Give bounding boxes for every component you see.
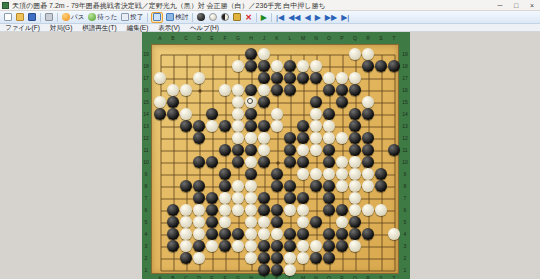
- black-stone-H9[interactable]: [245, 168, 257, 180]
- white-stone-R6[interactable]: [362, 204, 374, 216]
- white-stone-J19[interactable]: [258, 48, 270, 60]
- white-stone-N3[interactable]: [310, 240, 322, 252]
- nav-fastfwd-button[interactable]: ▶▶: [324, 12, 338, 23]
- column-label-top: M: [299, 35, 307, 41]
- black-stone-Q5[interactable]: [349, 216, 361, 228]
- black-stone-J13[interactable]: [258, 120, 270, 132]
- white-stone-N14[interactable]: [310, 108, 322, 120]
- black-stone-Q11[interactable]: [349, 144, 361, 156]
- black-stone-Q13[interactable]: [349, 120, 361, 132]
- white-stone-H5[interactable]: [245, 216, 257, 228]
- app-icon: [2, 2, 9, 9]
- black-stone-B14[interactable]: [167, 108, 179, 120]
- black-stone-E5[interactable]: [206, 216, 218, 228]
- white-stone-N13[interactable]: [310, 120, 322, 132]
- open-file-icon: [16, 13, 24, 21]
- black-stone-F9[interactable]: [219, 168, 231, 180]
- white-stone-L6[interactable]: [284, 204, 296, 216]
- close-button[interactable]: ×: [524, 0, 540, 11]
- white-stone-G6[interactable]: [232, 204, 244, 216]
- white-stone-J11[interactable]: [258, 144, 270, 156]
- row-label-right: 8: [401, 183, 409, 189]
- black-stone-F13[interactable]: [219, 120, 231, 132]
- black-stone-C2[interactable]: [180, 252, 192, 264]
- white-stone-M18[interactable]: [297, 60, 309, 72]
- black-stone-K8[interactable]: [271, 180, 283, 192]
- black-stone-Q12[interactable]: [349, 132, 361, 144]
- column-label-top: K: [273, 35, 281, 41]
- white-stone-G8[interactable]: [232, 180, 244, 192]
- analysis-icon: [166, 13, 174, 21]
- white-stone-G13[interactable]: [232, 120, 244, 132]
- white-stone-Q17[interactable]: [349, 72, 361, 84]
- white-stone-R8[interactable]: [362, 180, 374, 192]
- white-stone-C14[interactable]: [180, 108, 192, 120]
- black-stone-P15[interactable]: [336, 96, 348, 108]
- white-stone-M2[interactable]: [297, 252, 309, 264]
- black-stone-J18[interactable]: [258, 60, 270, 72]
- black-stone-M12[interactable]: [297, 132, 309, 144]
- white-stone-G14[interactable]: [232, 108, 244, 120]
- white-stone-N11[interactable]: [310, 144, 322, 156]
- black-stone-H13[interactable]: [245, 120, 257, 132]
- black-stone-L10[interactable]: [284, 156, 296, 168]
- black-stone-G11[interactable]: [232, 144, 244, 156]
- row-label-right: 3: [401, 243, 409, 249]
- white-stone-A17[interactable]: [154, 72, 166, 84]
- black-stone-L16[interactable]: [284, 84, 296, 96]
- row-label-right: 1: [401, 267, 409, 273]
- open-file-button[interactable]: [15, 12, 25, 23]
- white-stone-K4[interactable]: [271, 228, 283, 240]
- black-stone-M17[interactable]: [297, 72, 309, 84]
- white-stone-Q10[interactable]: [349, 156, 361, 168]
- black-stone-O6[interactable]: [323, 204, 335, 216]
- black-stone-E10[interactable]: [206, 156, 218, 168]
- black-stone-J1[interactable]: [258, 264, 270, 276]
- white-stone-L2[interactable]: [284, 252, 296, 264]
- row-label-left: 14: [142, 111, 150, 117]
- black-stone-E4[interactable]: [206, 228, 218, 240]
- menu-item[interactable]: ファイル(F): [0, 24, 45, 32]
- white-stone-E13[interactable]: [206, 120, 218, 132]
- white-stone-Q9[interactable]: [349, 168, 361, 180]
- white-stone-M9[interactable]: [297, 168, 309, 180]
- white-stone-Q3[interactable]: [349, 240, 361, 252]
- pass-button-label: パス: [71, 13, 84, 22]
- black-stone-J15[interactable]: [258, 96, 270, 108]
- analysis-button-label: 検討: [175, 13, 188, 22]
- white-stone-E3[interactable]: [206, 240, 218, 252]
- black-stone-D8[interactable]: [193, 180, 205, 192]
- white-stone-P17[interactable]: [336, 72, 348, 84]
- row-label-left: 6: [142, 207, 150, 213]
- black-stone-R10[interactable]: [362, 156, 374, 168]
- column-label-bottom: A: [156, 275, 164, 279]
- white-stone-C4[interactable]: [180, 228, 192, 240]
- menu-item[interactable]: ヘルプ(H): [185, 24, 224, 32]
- white-stone-O12[interactable]: [323, 132, 335, 144]
- white-stone-H6[interactable]: [245, 204, 257, 216]
- row-label-left: 9: [142, 171, 150, 177]
- white-stone-F16[interactable]: [219, 84, 231, 96]
- white-stone-P10[interactable]: [336, 156, 348, 168]
- white-stone-Q8[interactable]: [349, 180, 361, 192]
- black-stone-P6[interactable]: [336, 204, 348, 216]
- black-stone-F11[interactable]: [219, 144, 231, 156]
- white-stone-H8[interactable]: [245, 180, 257, 192]
- column-label-top: Q: [351, 35, 359, 41]
- column-label-top: P: [338, 35, 346, 41]
- row-label-right: 15: [401, 99, 409, 105]
- black-stone-O14[interactable]: [323, 108, 335, 120]
- column-label-top: F: [221, 35, 229, 41]
- black-stone-G10[interactable]: [232, 156, 244, 168]
- row-label-left: 17: [142, 75, 150, 81]
- go-board-panel: AABBCCDDEEFFGGHHJJKKLLMMNNOOPPQQRRSSTT19…: [142, 32, 410, 279]
- white-stone-J5[interactable]: [258, 216, 270, 228]
- white-stone-G15[interactable]: [232, 96, 244, 108]
- column-label-top: A: [156, 35, 164, 41]
- toolbar-separator: [256, 13, 257, 22]
- maximize-button[interactable]: □: [508, 0, 524, 11]
- white-stone-M3[interactable]: [297, 240, 309, 252]
- black-stone-Q14[interactable]: [349, 108, 361, 120]
- white-stone-H10[interactable]: [245, 156, 257, 168]
- white-stone-M6[interactable]: [297, 204, 309, 216]
- black-stone-K5[interactable]: [271, 216, 283, 228]
- column-label-top: E: [208, 35, 216, 41]
- resign-button[interactable]: 投了: [120, 12, 144, 23]
- black-stone-L7[interactable]: [284, 192, 296, 204]
- black-stone-R14[interactable]: [362, 108, 374, 120]
- black-stone-L3[interactable]: [284, 240, 296, 252]
- white-stone-P5[interactable]: [336, 216, 348, 228]
- black-stone-N15[interactable]: [310, 96, 322, 108]
- row-label-left: 3: [142, 243, 150, 249]
- white-stone-Q6[interactable]: [349, 204, 361, 216]
- black-stone-P4[interactable]: [336, 228, 348, 240]
- black-stone-O8[interactable]: [323, 180, 335, 192]
- white-stone-R9[interactable]: [362, 168, 374, 180]
- undo-button[interactable]: 待った: [87, 12, 118, 23]
- white-stone-Q7[interactable]: [349, 192, 361, 204]
- white-stone-K14[interactable]: [271, 108, 283, 120]
- white-stone-L1[interactable]: [284, 264, 296, 276]
- white-stone-J4[interactable]: [258, 228, 270, 240]
- white-stone-F6[interactable]: [219, 204, 231, 216]
- column-label-bottom: G: [234, 275, 242, 279]
- black-stone-B15[interactable]: [167, 96, 179, 108]
- last-move-marker: [247, 98, 253, 104]
- nav-fastback-button[interactable]: ◀◀: [287, 12, 301, 23]
- black-stone-B5[interactable]: [167, 216, 179, 228]
- row-label-right: 11: [401, 147, 409, 153]
- black-stone-K3[interactable]: [271, 240, 283, 252]
- white-stone-T4[interactable]: [388, 228, 400, 240]
- print-button[interactable]: [44, 12, 54, 23]
- black-stone-O16[interactable]: [323, 84, 335, 96]
- black-stone-E6[interactable]: [206, 204, 218, 216]
- black-stone-M7[interactable]: [297, 192, 309, 204]
- menu-item[interactable]: 対局(G): [45, 24, 77, 32]
- white-stone-D6[interactable]: [193, 204, 205, 216]
- nav-last-button[interactable]: ▶|: [340, 12, 350, 23]
- white-stone-C16[interactable]: [180, 84, 192, 96]
- white-stone-H4[interactable]: [245, 228, 257, 240]
- black-stone-N5[interactable]: [310, 216, 322, 228]
- nav-back-button[interactable]: ◀: [304, 12, 312, 23]
- white-stone-G12[interactable]: [232, 132, 244, 144]
- menu-item[interactable]: 表示(V): [153, 24, 185, 32]
- black-stone-L12[interactable]: [284, 132, 296, 144]
- black-stone-J7[interactable]: [258, 192, 270, 204]
- black-stone-B6[interactable]: [167, 204, 179, 216]
- black-stone-tool[interactable]: [196, 12, 206, 23]
- black-stone-Q4[interactable]: [349, 228, 361, 240]
- row-label-right: 5: [401, 219, 409, 225]
- white-stone-G16[interactable]: [232, 84, 244, 96]
- column-label-top: J: [260, 35, 268, 41]
- white-stone-G7[interactable]: [232, 192, 244, 204]
- black-stone-H18[interactable]: [245, 60, 257, 72]
- white-stone-K13[interactable]: [271, 120, 283, 132]
- white-stone-D17[interactable]: [193, 72, 205, 84]
- black-stone-A14[interactable]: [154, 108, 166, 120]
- row-label-left: 10: [142, 159, 150, 165]
- white-stone-icon: [209, 13, 217, 21]
- column-label-bottom: P: [338, 275, 346, 279]
- black-stone-D13[interactable]: [193, 120, 205, 132]
- black-stone-S18[interactable]: [375, 60, 387, 72]
- black-stone-E14[interactable]: [206, 108, 218, 120]
- black-stone-H16[interactable]: [245, 84, 257, 96]
- minimize-button[interactable]: ─: [492, 0, 508, 11]
- row-label-left: 2: [142, 255, 150, 261]
- black-stone-S8[interactable]: [375, 180, 387, 192]
- black-stone-O10[interactable]: [323, 156, 335, 168]
- white-stone-H7[interactable]: [245, 192, 257, 204]
- white-stone-G18[interactable]: [232, 60, 244, 72]
- black-stone-J6[interactable]: [258, 204, 270, 216]
- black-stone-L17[interactable]: [284, 72, 296, 84]
- nav-last-icon: ▶|: [341, 13, 349, 22]
- row-label-left: 13: [142, 123, 150, 129]
- black-stone-T18[interactable]: [388, 60, 400, 72]
- row-label-left: 1: [142, 267, 150, 273]
- white-stone-S6[interactable]: [375, 204, 387, 216]
- white-stone-P9[interactable]: [336, 168, 348, 180]
- black-stone-C8[interactable]: [180, 180, 192, 192]
- white-stone-M5[interactable]: [297, 216, 309, 228]
- black-stone-N2[interactable]: [310, 252, 322, 264]
- row-label-left: 15: [142, 99, 150, 105]
- delete-button[interactable]: ✕: [244, 12, 253, 23]
- black-stone-L11[interactable]: [284, 144, 296, 156]
- resign-button-label: 投了: [130, 13, 143, 22]
- white-stone-N9[interactable]: [310, 168, 322, 180]
- black-stone-D3[interactable]: [193, 240, 205, 252]
- white-stone-O13[interactable]: [323, 120, 335, 132]
- column-label-top: L: [286, 35, 294, 41]
- row-label-left: 4: [142, 231, 150, 237]
- black-stone-J3[interactable]: [258, 240, 270, 252]
- column-label-bottom: R: [364, 275, 372, 279]
- white-stone-C5[interactable]: [180, 216, 192, 228]
- black-stone-F8[interactable]: [219, 180, 231, 192]
- resign-icon: [121, 13, 129, 21]
- black-stone-K17[interactable]: [271, 72, 283, 84]
- black-stone-K6[interactable]: [271, 204, 283, 216]
- black-stone-O4[interactable]: [323, 228, 335, 240]
- black-stone-F4[interactable]: [219, 228, 231, 240]
- black-stone-M10[interactable]: [297, 156, 309, 168]
- white-stone-P8[interactable]: [336, 180, 348, 192]
- black-stone-C13[interactable]: [180, 120, 192, 132]
- row-label-right: 12: [401, 135, 409, 141]
- row-label-right: 7: [401, 195, 409, 201]
- white-stone-tool[interactable]: [208, 12, 218, 23]
- white-stone-R19[interactable]: [362, 48, 374, 60]
- row-label-left: 8: [142, 183, 150, 189]
- black-stone-P3[interactable]: [336, 240, 348, 252]
- play-button[interactable]: ▶: [260, 12, 268, 23]
- black-stone-B4[interactable]: [167, 228, 179, 240]
- row-label-left: 16: [142, 87, 150, 93]
- row-label-right: 2: [401, 255, 409, 261]
- column-label-bottom: B: [169, 275, 177, 279]
- column-label-top: B: [169, 35, 177, 41]
- black-stone-Q16[interactable]: [349, 84, 361, 96]
- black-stone-H11[interactable]: [245, 144, 257, 156]
- white-stone-F7[interactable]: [219, 192, 231, 204]
- black-stone-K16[interactable]: [271, 84, 283, 96]
- column-label-bottom: C: [182, 275, 190, 279]
- territory-toggle[interactable]: [151, 12, 163, 23]
- black-stone-F3[interactable]: [219, 240, 231, 252]
- black-stone-R18[interactable]: [362, 60, 374, 72]
- black-stone-N17[interactable]: [310, 72, 322, 84]
- edit-pencil-tool[interactable]: [232, 12, 242, 23]
- black-stone-G4[interactable]: [232, 228, 244, 240]
- black-stone-J17[interactable]: [258, 72, 270, 84]
- black-stone-L8[interactable]: [284, 180, 296, 192]
- black-stone-H19[interactable]: [245, 48, 257, 60]
- white-stone-B16[interactable]: [167, 84, 179, 96]
- alt-stone-icon: [221, 13, 229, 21]
- black-stone-M13[interactable]: [297, 120, 309, 132]
- white-stone-C3[interactable]: [180, 240, 192, 252]
- white-stone-D4[interactable]: [193, 228, 205, 240]
- white-stone-K18[interactable]: [271, 60, 283, 72]
- white-stone-O9[interactable]: [323, 168, 335, 180]
- undo-button-label: 待った: [97, 13, 117, 22]
- black-stone-B3[interactable]: [167, 240, 179, 252]
- column-label-top: D: [195, 35, 203, 41]
- pass-button[interactable]: パス: [61, 12, 85, 23]
- alt-stone-tool[interactable]: [220, 12, 230, 23]
- black-stone-H14[interactable]: [245, 108, 257, 120]
- nav-forward-icon: ▶: [315, 13, 321, 22]
- black-stone-J10[interactable]: [258, 156, 270, 168]
- white-stone-N12[interactable]: [310, 132, 322, 144]
- white-stone-G3[interactable]: [232, 240, 244, 252]
- row-label-right: 14: [401, 111, 409, 117]
- black-stone-L4[interactable]: [284, 228, 296, 240]
- black-stone-P16[interactable]: [336, 84, 348, 96]
- white-stone-H12[interactable]: [245, 132, 257, 144]
- save-button[interactable]: [27, 12, 37, 23]
- black-stone-T11[interactable]: [388, 144, 400, 156]
- column-label-top: O: [325, 35, 333, 41]
- white-stone-A15[interactable]: [154, 96, 166, 108]
- black-stone-K9[interactable]: [271, 168, 283, 180]
- menu-item[interactable]: 編集(E): [122, 24, 154, 32]
- nav-fastback-icon: ◀◀: [288, 13, 300, 22]
- black-stone-N8[interactable]: [310, 180, 322, 192]
- black-stone-S9[interactable]: [375, 168, 387, 180]
- nav-forward-button[interactable]: ▶: [314, 12, 322, 23]
- column-label-top: H: [247, 35, 255, 41]
- white-stone-D5[interactable]: [193, 216, 205, 228]
- white-stone-J16[interactable]: [258, 84, 270, 96]
- black-stone-R11[interactable]: [362, 144, 374, 156]
- black-stone-E7[interactable]: [206, 192, 218, 204]
- white-stone-H2[interactable]: [245, 252, 257, 264]
- save-icon: [28, 13, 36, 21]
- column-label-bottom: E: [208, 275, 216, 279]
- white-stone-P12[interactable]: [336, 132, 348, 144]
- white-stone-R15[interactable]: [362, 96, 374, 108]
- black-stone-D7[interactable]: [193, 192, 205, 204]
- white-stone-D2[interactable]: [193, 252, 205, 264]
- black-stone-D12[interactable]: [193, 132, 205, 144]
- black-stone-O2[interactable]: [323, 252, 335, 264]
- white-stone-H3[interactable]: [245, 240, 257, 252]
- row-label-right: 19: [401, 51, 409, 57]
- black-stone-O3[interactable]: [323, 240, 335, 252]
- column-label-bottom: Q: [351, 275, 359, 279]
- black-stone-R4[interactable]: [362, 228, 374, 240]
- column-label-bottom: S: [377, 275, 385, 279]
- black-stone-D10[interactable]: [193, 156, 205, 168]
- menu-item[interactable]: 棋譜再生(T): [77, 24, 121, 32]
- black-stone-M4[interactable]: [297, 228, 309, 240]
- black-stone-J2[interactable]: [258, 252, 270, 264]
- white-stone-M11[interactable]: [297, 144, 309, 156]
- black-stone-K2[interactable]: [271, 252, 283, 264]
- white-stone-J12[interactable]: [258, 132, 270, 144]
- white-stone-Q19[interactable]: [349, 48, 361, 60]
- black-stone-O7[interactable]: [323, 192, 335, 204]
- new-file-button[interactable]: [3, 12, 13, 23]
- black-stone-R12[interactable]: [362, 132, 374, 144]
- nav-first-button[interactable]: |◀: [275, 12, 285, 23]
- black-stone-O11[interactable]: [323, 144, 335, 156]
- row-label-left: 18: [142, 63, 150, 69]
- white-stone-C6[interactable]: [180, 204, 192, 216]
- column-label-top: G: [234, 35, 242, 41]
- toolbar-separator: [57, 13, 58, 22]
- black-stone-L18[interactable]: [284, 60, 296, 72]
- black-stone-K1[interactable]: [271, 264, 283, 276]
- analysis-button[interactable]: 検討: [165, 12, 189, 23]
- white-stone-O17[interactable]: [323, 72, 335, 84]
- column-label-top: S: [377, 35, 385, 41]
- window-controls: ─ □ ×: [492, 0, 540, 11]
- white-stone-F5[interactable]: [219, 216, 231, 228]
- white-stone-N18[interactable]: [310, 60, 322, 72]
